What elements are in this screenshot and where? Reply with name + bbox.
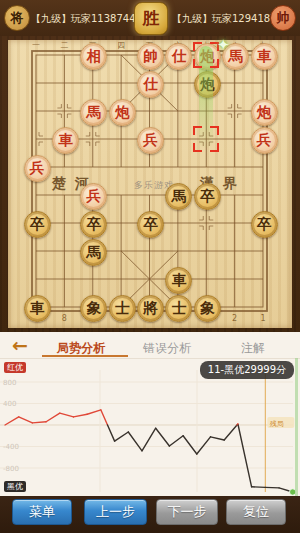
move-source-marker bbox=[193, 126, 219, 152]
board-frame: 一二三四五六七八九987654321 楚河 多乐游戏 漢界 相帥仕炮馬車仕炮馬炮… bbox=[0, 36, 300, 332]
piece-卒[interactable]: 卒 bbox=[137, 211, 164, 238]
coord-label: 2 bbox=[228, 314, 242, 323]
move-destination-marker bbox=[193, 42, 219, 68]
app-screen: 将 【九级】玩家1138744.. 胜 【九级】玩家1294187.. 帅 一二… bbox=[0, 0, 300, 533]
piece-卒[interactable]: 卒 bbox=[251, 211, 278, 238]
piece-車[interactable]: 車 bbox=[251, 43, 278, 70]
match-header: 将 【九级】玩家1138744.. 胜 【九级】玩家1294187.. 帅 bbox=[0, 0, 300, 36]
back-button[interactable]: ← bbox=[12, 334, 28, 356]
prev-move-button[interactable]: 上一步 bbox=[84, 499, 147, 525]
win-badge: 胜 bbox=[134, 2, 168, 35]
analysis-panel: ← 局势分析 错误分析 注解 红优 11-黑优29999分 黑优 800400-… bbox=[0, 332, 300, 496]
piece-兵[interactable]: 兵 bbox=[80, 183, 107, 210]
score-badge: 11-黑优29999分 bbox=[200, 361, 294, 379]
piece-象[interactable]: 象 bbox=[194, 295, 221, 322]
black-general-icon: 将 bbox=[11, 9, 24, 27]
piece-將[interactable]: 將 bbox=[137, 295, 164, 322]
piece-兵[interactable]: 兵 bbox=[251, 127, 278, 154]
coord-label: 四 bbox=[114, 40, 128, 51]
svg-text:400: 400 bbox=[3, 400, 16, 408]
piece-卒[interactable]: 卒 bbox=[194, 183, 221, 210]
piece-帥[interactable]: 帥 bbox=[137, 43, 164, 70]
piece-炮[interactable]: 炮 bbox=[251, 99, 278, 126]
next-move-button[interactable]: 下一步 bbox=[156, 499, 218, 525]
piece-車[interactable]: 車 bbox=[24, 295, 51, 322]
piece-馬[interactable]: 馬 bbox=[80, 99, 107, 126]
active-tab-underline bbox=[42, 355, 128, 357]
piece-相[interactable]: 相 bbox=[80, 43, 107, 70]
piece-士[interactable]: 士 bbox=[165, 295, 192, 322]
coord-label: 1 bbox=[256, 314, 270, 323]
control-bar: 菜单 上一步 下一步 复位 bbox=[0, 496, 300, 533]
left-player-name: 【九级】玩家1138744.. bbox=[31, 12, 142, 26]
piece-兵[interactable]: 兵 bbox=[24, 155, 51, 182]
black-player-avatar: 将 bbox=[4, 5, 30, 31]
svg-text:-800: -800 bbox=[3, 465, 19, 473]
piece-車[interactable]: 車 bbox=[52, 127, 79, 154]
chart-right-indicator bbox=[295, 358, 298, 496]
piece-兵[interactable]: 兵 bbox=[137, 127, 164, 154]
piece-車[interactable]: 車 bbox=[165, 267, 192, 294]
xiangqi-board[interactable]: 一二三四五六七八九987654321 楚河 多乐游戏 漢界 相帥仕炮馬車仕炮馬炮… bbox=[8, 40, 292, 328]
svg-text:800: 800 bbox=[3, 379, 16, 387]
right-player-name: 【九级】玩家1294187.. bbox=[172, 12, 283, 26]
red-advantage-label: 红优 bbox=[4, 362, 26, 373]
coord-label: 一 bbox=[29, 40, 43, 51]
reset-button[interactable]: 复位 bbox=[226, 499, 286, 525]
black-advantage-label: 黑优 bbox=[4, 481, 26, 492]
tab-mistake-analysis[interactable]: 错误分析 bbox=[143, 340, 191, 357]
piece-炮[interactable]: 炮 bbox=[109, 99, 136, 126]
menu-button[interactable]: 菜单 bbox=[12, 499, 72, 525]
last-move-star-icon: ✦ bbox=[217, 36, 230, 54]
piece-馬[interactable]: 馬 bbox=[165, 183, 192, 210]
svg-text:残局: 残局 bbox=[270, 420, 284, 428]
piece-馬[interactable]: 馬 bbox=[80, 239, 107, 266]
coord-label: 二 bbox=[57, 40, 71, 51]
piece-卒[interactable]: 卒 bbox=[24, 211, 51, 238]
piece-卒[interactable]: 卒 bbox=[80, 211, 107, 238]
tab-annotation[interactable]: 注解 bbox=[241, 340, 265, 357]
piece-象[interactable]: 象 bbox=[80, 295, 107, 322]
piece-仕[interactable]: 仕 bbox=[165, 43, 192, 70]
red-player-avatar: 帅 bbox=[270, 5, 296, 31]
svg-text:-400: -400 bbox=[3, 443, 19, 451]
red-general-icon: 帅 bbox=[277, 9, 290, 27]
coord-label: 8 bbox=[57, 314, 71, 323]
piece-仕[interactable]: 仕 bbox=[137, 71, 164, 98]
piece-士[interactable]: 士 bbox=[109, 295, 136, 322]
